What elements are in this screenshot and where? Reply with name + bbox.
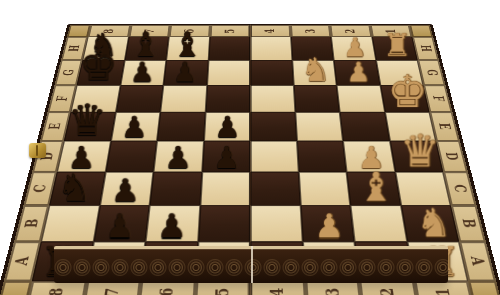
- black-pawn-b6: ♟: [145, 211, 197, 244]
- square-d6: ♟: [153, 141, 203, 172]
- square-c7: ♟: [99, 172, 153, 205]
- square-d3: [297, 141, 347, 172]
- black-pawn-c7: ♟: [99, 176, 149, 207]
- border-number-front-3: 3: [305, 281, 362, 295]
- coordinate-label: 2: [378, 287, 397, 295]
- white-pawn-b3: ♟: [302, 211, 354, 244]
- square-g7: ♟: [120, 60, 166, 85]
- coordinate-label: 3: [304, 29, 317, 34]
- black-pawn-g6: ♟: [163, 59, 206, 86]
- square-c6: [150, 172, 202, 205]
- square-b4: [250, 206, 302, 242]
- white-knight-b1: ♞: [407, 204, 459, 243]
- brass-hinge-icon: [29, 143, 46, 158]
- square-f8: [71, 85, 120, 112]
- square-g4: [250, 60, 293, 85]
- square-g8: ♚: [77, 60, 125, 85]
- black-pawn-g7: ♟: [120, 59, 163, 86]
- square-e2: [340, 112, 390, 141]
- square-c8: ♞: [49, 172, 105, 205]
- frame-corner: [468, 281, 500, 295]
- square-b8: [41, 206, 99, 242]
- coordinate-label: 8: [102, 29, 116, 34]
- square-b6: ♟: [145, 206, 199, 242]
- square-f3: [293, 85, 339, 112]
- coordinate-label: H: [67, 45, 82, 52]
- border-number-back-5: 5: [209, 25, 250, 36]
- square-c3: [298, 172, 350, 205]
- border-number-back-1: 1: [370, 25, 412, 36]
- white-pawn-d2: ♟: [347, 143, 395, 173]
- coordinate-label: 5: [223, 29, 236, 34]
- square-c4: [250, 172, 300, 205]
- border-number-back-3: 3: [290, 25, 331, 36]
- coordinate-label: 4: [264, 29, 277, 34]
- square-e5: ♟: [204, 112, 251, 141]
- square-b1: ♞: [401, 206, 459, 242]
- black-queen-e8: ♛: [64, 99, 111, 142]
- square-g3: ♞: [292, 60, 337, 85]
- coordinate-label: 6: [183, 29, 196, 34]
- border-number-back-2: 2: [330, 25, 372, 36]
- border-number-front-8: 8: [27, 281, 86, 295]
- square-d1: ♛: [390, 141, 444, 172]
- coordinate-label: 4: [269, 287, 287, 295]
- coordinate-label: 1: [433, 287, 453, 295]
- coordinate-label: 6: [158, 287, 177, 295]
- frame-corner: [0, 281, 32, 295]
- square-b7: ♟: [93, 206, 149, 242]
- square-h6: ♝: [166, 37, 209, 60]
- square-f1: ♚: [380, 85, 429, 112]
- coordinate-label: 1: [384, 29, 398, 34]
- square-f6: [160, 85, 206, 112]
- border-number-back-7: 7: [128, 25, 170, 36]
- square-d8: ♟: [57, 141, 111, 172]
- square-h3: [291, 37, 334, 60]
- coordinate-label: 8: [47, 287, 67, 295]
- border-number-front-5: 5: [194, 281, 250, 295]
- coordinate-label: 3: [323, 287, 342, 295]
- coordinate-label: F: [430, 96, 446, 102]
- square-e8: ♛: [64, 112, 115, 141]
- square-g2: ♟: [334, 60, 380, 85]
- white-pawn-g2: ♟: [337, 59, 380, 86]
- black-pawn-b7: ♟: [93, 211, 145, 244]
- coordinate-label: A: [468, 257, 487, 266]
- black-knight-c8: ♞: [49, 169, 99, 207]
- square-g5: [207, 60, 250, 85]
- square-f4: [250, 85, 295, 112]
- coordinate-label: 5: [213, 287, 231, 295]
- border-number-front-6: 6: [139, 281, 196, 295]
- square-e6: [157, 112, 205, 141]
- coordinate-label: 7: [103, 287, 122, 295]
- black-pawn-d6: ♟: [153, 143, 201, 173]
- border-number-back-8: 8: [88, 25, 130, 36]
- square-h1: ♜: [372, 37, 418, 60]
- square-d2: ♟: [343, 141, 395, 172]
- product-photo-scene: 8877665544332211HHGGFFEEDDCCBBAA♞♝♝♟♜♚♟♟…: [0, 0, 500, 295]
- border-number-back-6: 6: [169, 25, 210, 36]
- coordinate-label: G: [424, 69, 439, 75]
- frame-corner: [67, 25, 91, 36]
- square-c1: [395, 172, 451, 205]
- square-d7: [105, 141, 157, 172]
- square-h5: [208, 37, 250, 60]
- black-pawn-e5: ♟: [203, 113, 250, 142]
- square-c2: ♝: [347, 172, 401, 205]
- square-b2: [350, 206, 406, 242]
- border-number-back-4: 4: [250, 25, 291, 36]
- coordinate-label: B: [459, 219, 478, 228]
- front-fold-seam: [251, 246, 253, 283]
- square-h2: ♟: [331, 37, 376, 60]
- square-e3: [295, 112, 343, 141]
- square-g1: [376, 60, 424, 85]
- border-number-front-7: 7: [83, 281, 141, 295]
- square-e7: ♟: [111, 112, 161, 141]
- coordinate-label: C: [451, 185, 469, 193]
- coordinate-label: E: [436, 123, 452, 129]
- coordinate-label: F: [55, 96, 71, 102]
- white-pawn-h2: ♟: [334, 35, 376, 61]
- square-b3: ♟: [300, 206, 354, 242]
- square-f2: [337, 85, 385, 112]
- square-d5: ♟: [202, 141, 250, 172]
- square-b5: [198, 206, 250, 242]
- square-f7: [115, 85, 163, 112]
- border-number-front-2: 2: [359, 281, 417, 295]
- coordinate-label: G: [61, 69, 76, 75]
- coordinate-label: 2: [344, 29, 358, 34]
- black-pawn-d8: ♟: [57, 143, 105, 173]
- black-pawn-d5: ♟: [202, 143, 250, 173]
- coordinate-label: D: [443, 152, 460, 160]
- white-bishop-c2: ♝: [351, 167, 401, 207]
- coordinate-label: C: [32, 185, 50, 193]
- coordinate-label: H: [418, 45, 433, 52]
- square-h7: ♝: [124, 37, 169, 60]
- coordinate-label: E: [47, 123, 63, 129]
- square-h4: [250, 37, 292, 60]
- square-g6: ♟: [163, 60, 208, 85]
- black-pawn-e7: ♟: [110, 113, 157, 142]
- border-number-front-4: 4: [250, 281, 306, 295]
- frame-corner: [410, 25, 434, 36]
- carved-front-edge: [54, 246, 448, 283]
- border-number-front-1: 1: [414, 281, 473, 295]
- square-e4: [250, 112, 297, 141]
- square-h8: ♞: [82, 37, 128, 60]
- square-e1: [385, 112, 436, 141]
- square-d4: [250, 141, 298, 172]
- coordinate-label: A: [13, 257, 32, 266]
- coordinate-label: B: [23, 219, 42, 228]
- square-c5: [200, 172, 250, 205]
- coordinate-label: 7: [143, 29, 157, 34]
- square-f5: [205, 85, 250, 112]
